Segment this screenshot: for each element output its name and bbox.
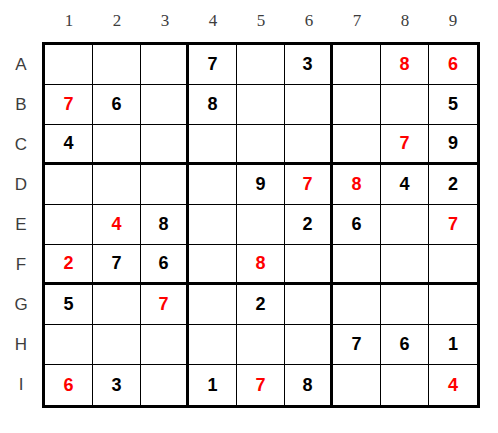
cell-C4[interactable] <box>189 125 237 165</box>
cell-F6[interactable] <box>285 245 333 285</box>
row-label-C: C <box>0 125 42 165</box>
cell-G2[interactable] <box>93 285 141 325</box>
sudoku-page: 123456789 ABCDEFGHI 73867685479978424826… <box>0 0 498 433</box>
cell-H8[interactable]: 6 <box>381 325 429 365</box>
row-label-I: I <box>0 365 42 405</box>
cell-G9[interactable] <box>429 285 477 325</box>
cell-B8[interactable] <box>381 85 429 125</box>
cell-I8[interactable] <box>381 365 429 405</box>
cell-D4[interactable] <box>189 165 237 205</box>
cell-H3[interactable] <box>141 325 189 365</box>
cell-F3[interactable]: 6 <box>141 245 189 285</box>
cell-B6[interactable] <box>285 85 333 125</box>
cell-D7[interactable]: 8 <box>333 165 381 205</box>
cell-F8[interactable] <box>381 245 429 285</box>
cell-I3[interactable] <box>141 365 189 405</box>
cell-I4[interactable]: 1 <box>189 365 237 405</box>
cell-I2[interactable]: 3 <box>93 365 141 405</box>
cell-D2[interactable] <box>93 165 141 205</box>
col-label-1: 1 <box>45 6 93 36</box>
row-label-H: H <box>0 325 42 365</box>
cell-A4[interactable]: 7 <box>189 45 237 85</box>
cell-A9[interactable]: 6 <box>429 45 477 85</box>
cell-I5[interactable]: 7 <box>237 365 285 405</box>
cell-C5[interactable] <box>237 125 285 165</box>
cell-H7[interactable]: 7 <box>333 325 381 365</box>
cell-I1[interactable]: 6 <box>45 365 93 405</box>
cell-F7[interactable] <box>333 245 381 285</box>
cell-B1[interactable]: 7 <box>45 85 93 125</box>
cell-C7[interactable] <box>333 125 381 165</box>
cell-F9[interactable] <box>429 245 477 285</box>
row-label-D: D <box>0 165 42 205</box>
cell-I7[interactable] <box>333 365 381 405</box>
cell-G8[interactable] <box>381 285 429 325</box>
column-labels: 123456789 <box>45 6 477 36</box>
cell-B4[interactable]: 8 <box>189 85 237 125</box>
cell-H4[interactable] <box>189 325 237 365</box>
row-label-A: A <box>0 45 42 85</box>
cell-A6[interactable]: 3 <box>285 45 333 85</box>
cell-E7[interactable]: 6 <box>333 205 381 245</box>
cell-A7[interactable] <box>333 45 381 85</box>
cell-B7[interactable] <box>333 85 381 125</box>
cell-F1[interactable]: 2 <box>45 245 93 285</box>
cell-D1[interactable] <box>45 165 93 205</box>
cell-H9[interactable]: 1 <box>429 325 477 365</box>
row-label-F: F <box>0 245 42 285</box>
cell-A5[interactable] <box>237 45 285 85</box>
cell-H2[interactable] <box>93 325 141 365</box>
cell-C3[interactable] <box>141 125 189 165</box>
cell-I9[interactable]: 4 <box>429 365 477 405</box>
cell-H1[interactable] <box>45 325 93 365</box>
col-label-7: 7 <box>333 6 381 36</box>
cell-C2[interactable] <box>93 125 141 165</box>
cell-H6[interactable] <box>285 325 333 365</box>
cell-E4[interactable] <box>189 205 237 245</box>
cell-B3[interactable] <box>141 85 189 125</box>
col-label-6: 6 <box>285 6 333 36</box>
cell-H5[interactable] <box>237 325 285 365</box>
cell-A8[interactable]: 8 <box>381 45 429 85</box>
cell-I6[interactable]: 8 <box>285 365 333 405</box>
cell-E3[interactable]: 8 <box>141 205 189 245</box>
row-label-E: E <box>0 205 42 245</box>
cell-B5[interactable] <box>237 85 285 125</box>
cell-G1[interactable]: 5 <box>45 285 93 325</box>
cell-G7[interactable] <box>333 285 381 325</box>
col-label-5: 5 <box>237 6 285 36</box>
cell-E5[interactable] <box>237 205 285 245</box>
cell-D5[interactable]: 9 <box>237 165 285 205</box>
col-label-3: 3 <box>141 6 189 36</box>
cell-B9[interactable]: 5 <box>429 85 477 125</box>
cell-D8[interactable]: 4 <box>381 165 429 205</box>
cell-D6[interactable]: 7 <box>285 165 333 205</box>
row-label-B: B <box>0 85 42 125</box>
cell-G4[interactable] <box>189 285 237 325</box>
col-label-2: 2 <box>93 6 141 36</box>
cell-F2[interactable]: 7 <box>93 245 141 285</box>
cell-D3[interactable] <box>141 165 189 205</box>
col-label-4: 4 <box>189 6 237 36</box>
cell-E1[interactable] <box>45 205 93 245</box>
cell-A1[interactable] <box>45 45 93 85</box>
cell-E8[interactable] <box>381 205 429 245</box>
row-label-G: G <box>0 285 42 325</box>
sudoku-board: 7386768547997842482672768572761631784 <box>42 42 480 408</box>
cell-E6[interactable]: 2 <box>285 205 333 245</box>
col-label-8: 8 <box>381 6 429 36</box>
cell-F4[interactable] <box>189 245 237 285</box>
cell-D9[interactable]: 2 <box>429 165 477 205</box>
cell-G3[interactable]: 7 <box>141 285 189 325</box>
cell-C8[interactable]: 7 <box>381 125 429 165</box>
cell-C1[interactable]: 4 <box>45 125 93 165</box>
cell-A3[interactable] <box>141 45 189 85</box>
cell-F5[interactable]: 8 <box>237 245 285 285</box>
cell-G5[interactable]: 2 <box>237 285 285 325</box>
cell-C6[interactable] <box>285 125 333 165</box>
cell-E2[interactable]: 4 <box>93 205 141 245</box>
row-labels: ABCDEFGHI <box>0 45 42 405</box>
cell-A2[interactable] <box>93 45 141 85</box>
cell-G6[interactable] <box>285 285 333 325</box>
cell-B2[interactable]: 6 <box>93 85 141 125</box>
cell-C9[interactable]: 9 <box>429 125 477 165</box>
cell-E9[interactable]: 7 <box>429 205 477 245</box>
col-label-9: 9 <box>429 6 477 36</box>
